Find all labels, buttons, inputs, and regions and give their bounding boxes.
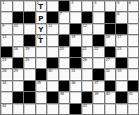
cell-r10-c6[interactable]: [59, 104, 70, 114]
cell-r10-c2[interactable]: [13, 104, 24, 114]
cell-r5-c8[interactable]: 21: [82, 47, 93, 57]
black-cell-r2-c5: [47, 12, 58, 22]
black-cell-r9-c8: [82, 92, 93, 102]
cell-r4-c5[interactable]: [47, 35, 58, 45]
black-cell-r9-c11: [116, 92, 127, 102]
black-cell-r9-c3: [24, 92, 35, 102]
black-cell-r10-c7: [70, 104, 81, 114]
cell-r10-c9[interactable]: [93, 104, 104, 114]
clue-number: 36: [71, 81, 75, 85]
black-cell-r7-c9: [93, 69, 104, 79]
clue-number: 6: [129, 1, 131, 5]
clue-number: 34: [2, 81, 6, 85]
cell-r3-c9[interactable]: [93, 24, 104, 34]
cell-r1-c2[interactable]: [13, 1, 24, 11]
filled-letter: Y: [36, 26, 47, 34]
cell-r7-c12[interactable]: [128, 69, 139, 79]
clue-number: 12: [83, 24, 87, 28]
cell-r1-c11[interactable]: 5: [116, 1, 127, 11]
cell-r6-c9[interactable]: [93, 58, 104, 68]
cell-r7-c6[interactable]: [59, 69, 70, 79]
cell-r4-c2[interactable]: [13, 35, 24, 45]
black-cell-r2-c8: [82, 12, 93, 22]
cell-r2-c12[interactable]: [128, 12, 139, 22]
cell-r5-c6[interactable]: 20: [59, 47, 70, 57]
clue-number: 29: [14, 69, 18, 73]
cell-r3-c2[interactable]: 10: [13, 24, 24, 34]
black-cell-r3-c10: [105, 24, 116, 34]
black-cell-r3-c11: [116, 24, 127, 34]
black-cell-r8-c3: [24, 81, 35, 91]
cell-r10-c3[interactable]: [24, 104, 35, 114]
cell-r4-c10[interactable]: 16: [105, 35, 116, 45]
cell-r4-c4[interactable]: 14T: [36, 35, 47, 45]
black-cell-r8-c12: [128, 81, 139, 91]
clue-number: 1: [2, 1, 4, 5]
cell-r6-c12[interactable]: [128, 58, 139, 68]
clue-number: 39: [94, 92, 98, 96]
cell-r3-c1[interactable]: 9: [1, 24, 12, 34]
black-cell-r5-c7: [70, 47, 81, 57]
cell-r1-c4[interactable]: 2T: [36, 1, 47, 11]
black-cell-r6-c2: [13, 58, 24, 68]
cell-r7-c11[interactable]: 33: [116, 69, 127, 79]
clue-number: 26: [83, 58, 87, 62]
cell-r7-c1[interactable]: 28: [1, 69, 12, 79]
black-cell-r9-c5: [47, 92, 58, 102]
clue-number: 37: [94, 81, 98, 85]
crossword-grid: 12T3456P78910Y11121314T15161718192021222…: [0, 0, 139, 115]
clue-number: 16: [106, 35, 110, 39]
clue-number: 27: [106, 58, 110, 62]
clue-number: 15: [71, 35, 75, 39]
cell-r3-c3[interactable]: [24, 24, 35, 34]
black-cell-r1-c6: [59, 1, 70, 11]
clue-number: 40: [106, 92, 110, 96]
cell-r10-c4[interactable]: [36, 104, 47, 114]
cell-r5-c2[interactable]: 18: [13, 47, 24, 57]
clue-number: 19: [25, 47, 29, 51]
cell-r6-c10[interactable]: 27: [105, 58, 116, 68]
clue-number: 30: [48, 69, 52, 73]
clue-number: 25: [25, 58, 29, 62]
black-cell-r4-c9: [93, 35, 104, 45]
clue-number: 10: [14, 24, 18, 28]
cell-r10-c5[interactable]: [47, 104, 58, 114]
cell-r1-c10[interactable]: [105, 1, 116, 11]
filled-letter: T: [36, 3, 47, 11]
cell-r9-c4[interactable]: [36, 92, 47, 102]
cell-r8-c4[interactable]: 35: [36, 81, 47, 91]
cell-r7-c3[interactable]: [24, 69, 35, 79]
crossword-screenshot: 12T3456P78910Y11121314T15161718192021222…: [0, 0, 140, 115]
cell-r10-c10[interactable]: [105, 104, 116, 114]
black-cell-r8-c10: [105, 81, 116, 91]
cell-r10-c12[interactable]: [128, 104, 139, 114]
cell-r8-c1[interactable]: 34: [1, 81, 12, 91]
cell-r3-c4[interactable]: Y: [36, 24, 47, 34]
cell-r7-c2[interactable]: 29: [13, 69, 24, 79]
clue-number: 24: [2, 58, 6, 62]
cell-r3-c12[interactable]: [128, 24, 139, 34]
clue-number: 38: [60, 92, 64, 96]
cell-r1-c7[interactable]: 3: [70, 1, 81, 11]
clue-number: 43: [83, 104, 87, 108]
cell-r1-c9[interactable]: 4: [93, 1, 104, 11]
cell-r5-c4[interactable]: [36, 47, 47, 57]
clue-number: 11: [48, 24, 52, 28]
cell-r2-c11[interactable]: 8: [116, 12, 127, 22]
cell-r2-c9[interactable]: [93, 12, 104, 22]
cell-r5-c12[interactable]: [128, 47, 139, 57]
cell-r1-c1[interactable]: 1: [1, 1, 12, 11]
clue-number: 5: [117, 1, 119, 5]
clue-number: 32: [106, 69, 110, 73]
black-cell-r3-c7: [70, 24, 81, 34]
clue-number: 7: [60, 12, 62, 16]
cell-r5-c9[interactable]: 22: [93, 47, 104, 57]
cell-r4-c7[interactable]: 15: [70, 35, 81, 45]
cell-r2-c1[interactable]: [1, 12, 12, 22]
cell-r4-c11[interactable]: 17: [116, 35, 127, 45]
black-cell-r2-c2: [13, 12, 24, 22]
cell-r3-c8[interactable]: 12: [82, 24, 93, 34]
cell-r2-c4[interactable]: P: [36, 12, 47, 22]
cell-r7-c5[interactable]: 30: [47, 69, 58, 79]
black-cell-r2-c3: [24, 12, 35, 22]
cell-r6-c6[interactable]: [59, 58, 70, 68]
cell-r6-c4[interactable]: [36, 58, 47, 68]
black-cell-r4-c3: [24, 35, 35, 45]
cell-r1-c8[interactable]: [82, 1, 93, 11]
cell-r1-c5[interactable]: [47, 1, 58, 11]
clue-number: 22: [94, 47, 98, 51]
cell-r2-c6[interactable]: 7: [59, 12, 70, 22]
cell-r8-c9[interactable]: 37: [93, 81, 104, 91]
clue-number: 35: [37, 81, 41, 85]
black-cell-r7-c4: [36, 69, 47, 79]
black-cell-r5-c10: [105, 47, 116, 57]
clue-number: 33: [117, 69, 121, 73]
black-cell-r8-c6: [59, 81, 70, 91]
cell-r9-c9[interactable]: 39: [93, 92, 104, 102]
cell-r8-c2[interactable]: [13, 81, 24, 91]
clue-number: 4: [94, 1, 96, 5]
cell-r5-c11[interactable]: 23: [116, 47, 127, 57]
cell-r5-c3[interactable]: 19: [24, 47, 35, 57]
clue-number: 42: [2, 104, 6, 108]
cell-r4-c8[interactable]: [82, 35, 93, 45]
cell-r6-c1[interactable]: 24: [1, 58, 12, 68]
cell-r8-c11[interactable]: [116, 81, 127, 91]
cell-r6-c8[interactable]: 26: [82, 58, 93, 68]
cell-r8-c8[interactable]: [82, 81, 93, 91]
cell-r7-c8[interactable]: [82, 69, 93, 79]
clue-number: 21: [83, 47, 87, 51]
cell-r8-c7[interactable]: 36: [70, 81, 81, 91]
black-cell-r6-c5: [47, 58, 58, 68]
clue-number: 17: [117, 35, 121, 39]
cell-r4-c12[interactable]: [128, 35, 139, 45]
cell-r9-c7[interactable]: [70, 92, 81, 102]
clue-number: 18: [14, 47, 18, 51]
cell-r9-c1[interactable]: [1, 92, 12, 102]
clue-number: 31: [71, 69, 75, 73]
clue-number: 28: [2, 69, 6, 73]
clue-number: 9: [2, 24, 4, 28]
clue-number: 13: [2, 35, 6, 39]
cell-r10-c11[interactable]: [116, 104, 127, 114]
black-cell-r2-c10: [105, 12, 116, 22]
cell-r1-c3[interactable]: [24, 1, 35, 11]
clue-number: 23: [117, 47, 121, 51]
cell-r6-c3[interactable]: 25: [24, 58, 35, 68]
cell-r5-c5[interactable]: [47, 47, 58, 57]
clue-number: 20: [60, 47, 64, 51]
black-cell-r6-c7: [70, 58, 81, 68]
cell-r10-c8[interactable]: 43: [82, 104, 93, 114]
cell-r9-c10[interactable]: 40: [105, 92, 116, 102]
cell-r3-c6[interactable]: [59, 24, 70, 34]
black-cell-r5-c1: [1, 47, 12, 57]
filled-letter: P: [36, 14, 47, 22]
clue-number: 3: [71, 1, 73, 5]
filled-letter: T: [36, 37, 47, 45]
cell-r10-c1[interactable]: 42: [1, 104, 12, 114]
cell-r8-c5[interactable]: [47, 81, 58, 91]
black-cell-r9-c2: [13, 92, 24, 102]
cell-r9-c12[interactable]: 41: [128, 92, 139, 102]
black-cell-r4-c6: [59, 35, 70, 45]
cell-r9-c6[interactable]: 38: [59, 92, 70, 102]
cell-r4-c1[interactable]: 13: [1, 35, 12, 45]
cell-r7-c10[interactable]: 32: [105, 69, 116, 79]
black-cell-r6-c11: [116, 58, 127, 68]
cell-r2-c7[interactable]: [70, 12, 81, 22]
cell-r7-c7[interactable]: 31: [70, 69, 81, 79]
clue-number: 8: [117, 12, 119, 16]
cell-r1-c12[interactable]: 6: [128, 1, 139, 11]
clue-number: 41: [129, 92, 133, 96]
cell-r3-c5[interactable]: 11: [47, 24, 58, 34]
